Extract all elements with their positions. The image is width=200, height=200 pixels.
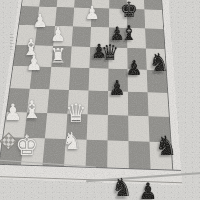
square-g2 [128,116,149,142]
white-knight: ♞ [62,130,82,154]
white-pawn: ♟ [50,25,66,44]
black-pawn: ♟ [125,58,142,79]
square-g3 [128,92,149,117]
square-h6 [145,28,164,49]
square-h7 [144,9,163,28]
black-knight: ♞ [155,132,177,159]
white-king: ♚ [15,131,38,159]
black-pawn: ♟ [108,78,125,99]
captured-black-knight: ♞ [112,176,133,200]
black-queen: ♛ [101,42,119,64]
white-bishop: ♝ [22,98,43,123]
black-bishop: ♝ [120,23,137,44]
square-d6 [72,26,91,46]
square-f1 [107,140,129,168]
white-pawn: ♟ [4,102,23,125]
captured-black-pawn: ♟ [139,181,158,200]
square-f2 [108,115,129,141]
square-c4 [49,67,70,90]
square-e4 [89,68,109,91]
square-d4 [69,68,89,91]
white-pawn: ♟ [32,12,47,30]
square-e2 [87,114,108,140]
square-g1 [129,141,151,169]
square-h8 [144,0,162,10]
square-d5 [70,46,90,68]
black-king: ♚ [120,0,138,20]
square-e3 [88,91,109,115]
chessboard-photo: · ·· · ··· · ılılıı ♟♟♟♝♜♟♟♝♛♞♚♚♟♝♟♛♟♞♟♞… [0,0,200,200]
white-pawn: ♟ [84,4,99,22]
square-h3 [148,92,169,117]
black-knight: ♞ [149,51,170,76]
square-e1 [86,140,108,168]
board-brand-text: ılılıı [9,34,15,51]
white-pawn: ♟ [25,53,42,74]
white-rook: ♜ [49,46,66,67]
white-queen: ♛ [65,100,87,126]
